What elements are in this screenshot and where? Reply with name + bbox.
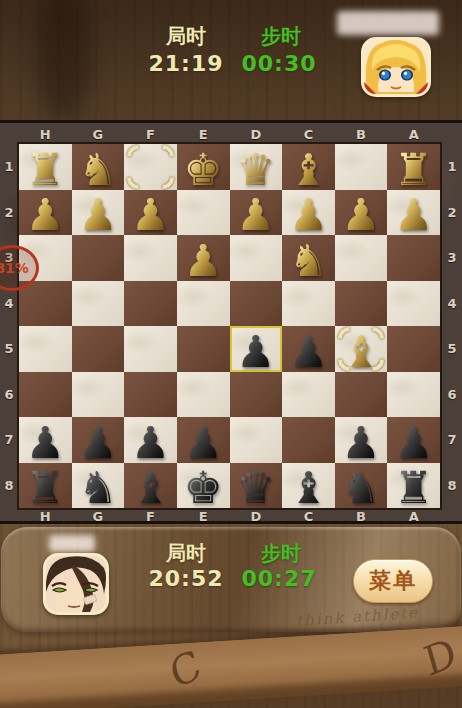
bottom-move-time-label: 步时 xyxy=(249,540,313,567)
battery-percent: 81% xyxy=(0,260,29,276)
rank-label-right-8: 8 xyxy=(443,463,461,509)
white-rook-piece: ♜ xyxy=(26,147,65,193)
square-g6[interactable] xyxy=(72,372,125,418)
white-pawn-piece: ♟ xyxy=(289,192,328,238)
rank-label-right-1: 1 xyxy=(443,144,461,190)
square-g7[interactable]: ♟ xyxy=(72,417,125,463)
black-bishop-piece: ♝ xyxy=(131,465,170,511)
black-pawn-piece: ♟ xyxy=(26,420,65,466)
square-h8[interactable]: ♜ xyxy=(19,463,72,509)
square-a1[interactable]: ♜ xyxy=(387,144,440,190)
white-pawn-piece: ♟ xyxy=(131,192,170,238)
bottom-player-name-blurred xyxy=(49,535,95,552)
square-b6[interactable] xyxy=(335,372,388,418)
square-a7[interactable]: ♟ xyxy=(387,417,440,463)
square-d1[interactable]: ♛ xyxy=(230,144,283,190)
black-pawn-piece: ♟ xyxy=(78,420,117,466)
white-pawn-piece: ♟ xyxy=(394,192,433,238)
square-h6[interactable] xyxy=(19,372,72,418)
file-label-top-a: A xyxy=(387,125,440,143)
square-h1[interactable]: ♜ xyxy=(19,144,72,190)
black-pawn-piece: ♟ xyxy=(289,329,328,375)
top-player-avatar[interactable] xyxy=(361,37,431,97)
rank-label-right-6: 6 xyxy=(443,372,461,418)
square-a2[interactable]: ♟ xyxy=(387,190,440,236)
black-king-piece: ♚ xyxy=(183,465,222,511)
file-label-top-g: G xyxy=(72,125,125,143)
square-e7[interactable]: ♟ xyxy=(177,417,230,463)
black-bishop-piece: ♝ xyxy=(289,465,328,511)
file-label-top-d: D xyxy=(230,125,283,143)
bottom-move-time: 00:27 xyxy=(235,566,323,591)
file-label-top-f: F xyxy=(124,125,177,143)
menu-button[interactable]: 菜单 xyxy=(353,559,433,603)
top-move-time-label: 步时 xyxy=(249,23,313,50)
rank-label-left-5: 5 xyxy=(0,326,18,372)
brown-hair-boy-avatar-icon xyxy=(46,556,106,612)
file-label-bottom-g: G xyxy=(72,507,125,525)
square-g1[interactable]: ♞ xyxy=(72,144,125,190)
rank-label-right-3: 3 xyxy=(443,235,461,281)
square-h4[interactable] xyxy=(19,281,72,327)
black-pawn-piece: ♟ xyxy=(341,420,380,466)
bottom-player-avatar[interactable] xyxy=(43,553,109,615)
file-label-bottom-f: F xyxy=(124,507,177,525)
rank-labels-left: 12345678 xyxy=(0,144,18,508)
rank-label-right-7: 7 xyxy=(443,417,461,463)
square-b7[interactable]: ♟ xyxy=(335,417,388,463)
square-e1[interactable]: ♚ xyxy=(177,144,230,190)
chess-board-frame: HGFEDCBA 12345678 12345678 ♜♞♚♛♝♜♟♟♟♟♟♟♟… xyxy=(0,120,462,524)
black-pawn-piece: ♟ xyxy=(131,420,170,466)
file-label-bottom-e: E xyxy=(177,507,230,525)
square-g5[interactable] xyxy=(72,326,125,372)
square-h2[interactable]: ♟ xyxy=(19,190,72,236)
square-f7[interactable]: ♟ xyxy=(124,417,177,463)
white-pawn-piece: ♟ xyxy=(78,192,117,238)
white-knight-piece: ♞ xyxy=(289,238,328,284)
square-f5[interactable] xyxy=(124,326,177,372)
file-label-top-c: C xyxy=(282,125,335,143)
square-c2[interactable]: ♟ xyxy=(282,190,335,236)
file-label-bottom-c: C xyxy=(282,507,335,525)
square-e6[interactable] xyxy=(177,372,230,418)
black-pawn-piece: ♟ xyxy=(236,329,275,375)
square-d7[interactable] xyxy=(230,417,283,463)
top-game-time: 21:19 xyxy=(142,51,230,76)
square-b4[interactable] xyxy=(335,281,388,327)
black-rook-piece: ♜ xyxy=(26,465,65,511)
file-label-bottom-d: D xyxy=(230,507,283,525)
square-d2[interactable]: ♟ xyxy=(230,190,283,236)
rank-label-left-1: 1 xyxy=(0,144,18,190)
white-pawn-piece: ♟ xyxy=(183,238,222,284)
white-bishop-piece: ♝ xyxy=(289,147,328,193)
bottom-game-time: 20:52 xyxy=(142,566,230,591)
white-knight-piece: ♞ xyxy=(78,147,117,193)
square-c3[interactable]: ♞ xyxy=(282,235,335,281)
square-c1[interactable]: ♝ xyxy=(282,144,335,190)
black-knight-piece: ♞ xyxy=(341,465,380,511)
bottom-game-time-label: 局时 xyxy=(154,540,218,567)
rank-label-left-6: 6 xyxy=(0,372,18,418)
black-knight-piece: ♞ xyxy=(78,465,117,511)
white-pawn-piece: ♟ xyxy=(341,192,380,238)
rank-label-right-5: 5 xyxy=(443,326,461,372)
square-e8[interactable]: ♚ xyxy=(177,463,230,509)
menu-button-label: 菜单 xyxy=(369,566,417,596)
rank-label-left-2: 2 xyxy=(0,190,18,236)
square-c4[interactable] xyxy=(282,281,335,327)
square-f1[interactable] xyxy=(124,144,177,190)
square-a6[interactable] xyxy=(387,372,440,418)
square-f2[interactable]: ♟ xyxy=(124,190,177,236)
white-king-piece: ♚ xyxy=(183,147,222,193)
white-pawn-piece: ♟ xyxy=(26,192,65,238)
square-g8[interactable]: ♞ xyxy=(72,463,125,509)
rank-labels-right: 12345678 xyxy=(443,144,461,508)
square-a3[interactable] xyxy=(387,235,440,281)
square-f4[interactable] xyxy=(124,281,177,327)
top-player-name-blurred xyxy=(337,11,439,35)
wood-shadow-streak xyxy=(38,0,90,120)
file-label-bottom-a: A xyxy=(387,507,440,525)
square-d4[interactable] xyxy=(230,281,283,327)
square-b8[interactable]: ♞ xyxy=(335,463,388,509)
square-f6[interactable] xyxy=(124,372,177,418)
square-e4[interactable] xyxy=(177,281,230,327)
file-label-top-b: B xyxy=(335,125,388,143)
black-rook-piece: ♜ xyxy=(394,465,433,511)
rank-label-right-2: 2 xyxy=(443,190,461,236)
black-pawn-piece: ♟ xyxy=(183,420,222,466)
square-b2[interactable]: ♟ xyxy=(335,190,388,236)
square-g2[interactable]: ♟ xyxy=(72,190,125,236)
move-marker-crescent-br xyxy=(146,161,179,194)
black-queen-piece: ♛ xyxy=(236,465,275,511)
file-labels-bottom: HGFEDCBA xyxy=(19,507,440,525)
square-b3[interactable] xyxy=(335,235,388,281)
square-f3[interactable] xyxy=(124,235,177,281)
file-label-top-h: H xyxy=(19,125,72,143)
square-e5[interactable] xyxy=(177,326,230,372)
white-queen-piece: ♛ xyxy=(236,147,275,193)
board-grid: ♜♞♚♛♝♜♟♟♟♟♟♟♟♟♞♟♟♝♟♟♟♟♟♟♜♞♝♚♛♝♞♜ xyxy=(17,142,442,510)
square-a8[interactable]: ♜ xyxy=(387,463,440,509)
top-game-time-label: 局时 xyxy=(154,23,218,50)
square-b1[interactable] xyxy=(335,144,388,190)
black-pawn-piece: ♟ xyxy=(394,420,433,466)
white-rook-piece: ♜ xyxy=(394,147,433,193)
rank-label-left-8: 8 xyxy=(0,463,18,509)
top-move-time: 00:30 xyxy=(235,51,323,76)
rank-label-right-4: 4 xyxy=(443,281,461,327)
square-d3[interactable] xyxy=(230,235,283,281)
white-pawn-piece: ♟ xyxy=(236,192,275,238)
rank-label-left-7: 7 xyxy=(0,417,18,463)
file-labels-top: HGFEDCBA xyxy=(19,125,440,143)
square-e2[interactable] xyxy=(177,190,230,236)
square-h5[interactable] xyxy=(19,326,72,372)
square-h7[interactable]: ♟ xyxy=(19,417,72,463)
file-label-bottom-h: H xyxy=(19,507,72,525)
square-c6[interactable] xyxy=(282,372,335,418)
square-d6[interactable] xyxy=(230,372,283,418)
square-c8[interactable]: ♝ xyxy=(282,463,335,509)
square-g3[interactable] xyxy=(72,235,125,281)
square-b5[interactable]: ♝ xyxy=(335,326,388,372)
square-a5[interactable] xyxy=(387,326,440,372)
square-e3[interactable]: ♟ xyxy=(177,235,230,281)
square-a4[interactable] xyxy=(387,281,440,327)
file-label-top-e: E xyxy=(177,125,230,143)
square-g4[interactable] xyxy=(72,281,125,327)
move-marker-crescent-br xyxy=(357,343,390,376)
square-c7[interactable] xyxy=(282,417,335,463)
square-f8[interactable]: ♝ xyxy=(124,463,177,509)
square-d5[interactable]: ♟ xyxy=(230,326,283,372)
square-c5[interactable]: ♟ xyxy=(282,326,335,372)
blonde-girl-avatar-icon xyxy=(364,40,428,94)
square-d8[interactable]: ♛ xyxy=(230,463,283,509)
file-label-bottom-b: B xyxy=(335,507,388,525)
